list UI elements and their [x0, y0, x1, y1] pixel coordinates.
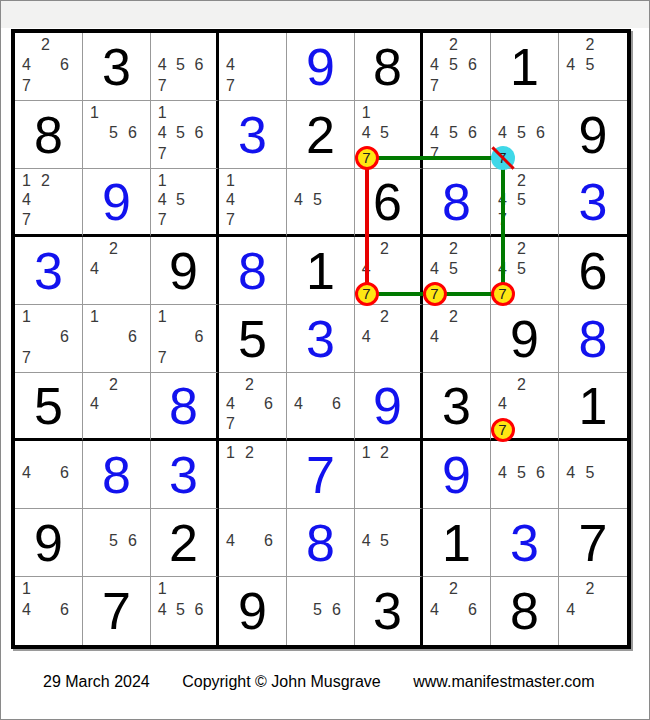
- pencil-mark-4: 4: [221, 531, 240, 551]
- pencil-mark-5: 5: [375, 123, 393, 143]
- pencil-mark-4: 4: [289, 395, 308, 415]
- solved-digit: 3: [15, 237, 82, 304]
- cell-r4c3[interactable]: 9: [151, 237, 219, 305]
- cell-r1c7[interactable]: 24567: [423, 33, 491, 101]
- pencil-mark-2: 2: [36, 171, 55, 191]
- cell-r5c7[interactable]: 24: [423, 305, 491, 373]
- cell-r9c5[interactable]: 56: [287, 577, 355, 645]
- cell-r9c6[interactable]: 3: [355, 577, 423, 645]
- cell-r7c1[interactable]: 46: [15, 441, 83, 509]
- pencil-mark-4: 4: [153, 600, 171, 621]
- pencil-mark-1: 1: [153, 103, 171, 123]
- pencil-marks: 245: [559, 33, 627, 100]
- pencil-marks: 24: [559, 577, 627, 645]
- given-digit: 3: [355, 577, 420, 645]
- pencil-mark-5: 5: [171, 191, 189, 211]
- pencil-marks: 1247: [15, 169, 82, 234]
- pencil-marks: 24: [83, 237, 150, 304]
- given-digit: 5: [219, 305, 286, 372]
- pencil-mark-5: 5: [375, 531, 393, 551]
- given-digit: 1: [491, 33, 558, 100]
- pencil-mark-5: 5: [512, 191, 531, 211]
- cell-r8c9[interactable]: 7: [559, 509, 627, 577]
- pencil-mark-4: 4: [85, 259, 104, 279]
- cell-r8c6[interactable]: 45: [355, 509, 423, 577]
- given-digit: 1: [287, 237, 354, 304]
- cell-r4c7[interactable]: 245: [423, 237, 491, 305]
- pencil-mark-4: 4: [561, 463, 580, 483]
- footer-copyright: Copyright © John Musgrave: [182, 673, 381, 690]
- given-digit: 8: [355, 33, 420, 100]
- cell-r1c5[interactable]: 9: [287, 33, 355, 101]
- pencil-mark-4: 4: [493, 259, 512, 279]
- pencil-marks: 24: [355, 237, 420, 304]
- pencil-mark-2: 2: [444, 35, 463, 55]
- pencil-marks: 45: [559, 441, 627, 508]
- pencil-mark-2: 2: [444, 307, 463, 327]
- pencil-mark-1: 1: [153, 171, 171, 191]
- cell-r2c6[interactable]: 145: [355, 101, 423, 169]
- pencil-marks: 156: [83, 101, 150, 168]
- pencil-mark-6: 6: [259, 531, 278, 551]
- cell-r9c2[interactable]: 7: [83, 577, 151, 645]
- pencil-mark-6: 6: [55, 463, 74, 483]
- pencil-mark-4: 4: [425, 55, 444, 75]
- solved-digit: 9: [423, 441, 490, 508]
- cell-r7c2[interactable]: 8: [83, 441, 151, 509]
- pencil-mark-1: 1: [17, 579, 36, 600]
- pencil-mark-5: 5: [444, 55, 463, 75]
- solved-digit: 3: [287, 305, 354, 372]
- pencil-mark-6: 6: [123, 123, 142, 143]
- top-strip: [1, 1, 650, 28]
- pencil-mark-2: 2: [580, 35, 599, 55]
- cell-r4c9[interactable]: 6: [559, 237, 627, 305]
- pencil-mark-6: 6: [463, 123, 482, 143]
- cell-r6c5[interactable]: 46: [287, 373, 355, 441]
- pencil-marks: 246: [423, 577, 490, 645]
- pencil-mark-2: 2: [375, 443, 393, 463]
- pencil-mark-4: 4: [561, 55, 580, 75]
- pencil-mark-5: 5: [444, 123, 463, 143]
- cell-r6c1[interactable]: 5: [15, 373, 83, 441]
- pencil-mark-6: 6: [259, 395, 278, 415]
- cell-r4c1[interactable]: 3: [15, 237, 83, 305]
- pencil-mark-2: 2: [375, 239, 393, 259]
- pencil-marks: 1457: [151, 169, 216, 234]
- given-digit: 3: [83, 33, 150, 100]
- pencil-mark-6: 6: [463, 600, 482, 621]
- given-digit: 1: [423, 509, 490, 576]
- given-digit: 7: [83, 577, 150, 645]
- pencil-mark-1: 1: [221, 443, 240, 463]
- pencil-mark-4: 4: [357, 531, 375, 551]
- pencil-mark-2: 2: [444, 239, 463, 259]
- cell-r9c7[interactable]: 246: [423, 577, 491, 645]
- pencil-mark-1: 1: [221, 171, 240, 191]
- cell-r7c5[interactable]: 7: [287, 441, 355, 509]
- pencil-mark-7: 7: [17, 210, 36, 230]
- pencil-marks: 2467: [219, 373, 286, 438]
- pencil-mark-4: 4: [561, 600, 580, 621]
- pencil-marks: 24567: [423, 33, 490, 100]
- pencil-mark-5: 5: [512, 463, 531, 483]
- pencil-mark-7: 7: [221, 210, 240, 230]
- pencil-mark-6: 6: [463, 55, 482, 75]
- pencil-mark-1: 1: [17, 307, 36, 327]
- pencil-mark-4: 4: [289, 191, 308, 211]
- cell-r4c6[interactable]: 24: [355, 237, 423, 305]
- pencil-mark-2: 2: [512, 171, 531, 191]
- footer-website[interactable]: www.manifestmaster.com: [413, 673, 594, 690]
- cell-r6c6[interactable]: 9: [355, 373, 423, 441]
- pencil-mark-2: 2: [375, 307, 393, 327]
- cell-r2c9[interactable]: 9: [559, 101, 627, 169]
- cell-r1c9[interactable]: 245: [559, 33, 627, 101]
- pencil-mark-7: 7: [153, 76, 171, 96]
- solved-digit: 8: [219, 237, 286, 304]
- pencil-mark-1: 1: [85, 307, 104, 327]
- pencil-mark-5: 5: [171, 123, 189, 143]
- pencil-marks: 47: [219, 33, 286, 100]
- pencil-marks: 146: [15, 577, 82, 645]
- cell-r8c5[interactable]: 8: [287, 509, 355, 577]
- pencil-mark-2: 2: [580, 579, 599, 600]
- pencil-mark-4: 4: [425, 259, 444, 279]
- pencil-mark-5: 5: [580, 55, 599, 75]
- pencil-mark-4: 4: [85, 395, 104, 415]
- cell-r1c8[interactable]: 1: [491, 33, 559, 101]
- pencil-mark-5: 5: [104, 123, 123, 143]
- cell-r3c1[interactable]: 1247: [15, 169, 83, 237]
- cell-r1c1[interactable]: 2467: [15, 33, 83, 101]
- pencil-mark-6: 6: [55, 327, 74, 347]
- cell-r2c1[interactable]: 8: [15, 101, 83, 169]
- cell-r3c5[interactable]: 45: [287, 169, 355, 237]
- cell-r1c2[interactable]: 3: [83, 33, 151, 101]
- footer-caption: 29 March 2024 Copyright © John Musgrave …: [1, 673, 650, 697]
- pencil-marks: 12: [219, 441, 286, 508]
- cell-r3c4[interactable]: 147: [219, 169, 287, 237]
- pencil-mark-6: 6: [123, 327, 142, 347]
- pencil-mark-5: 5: [444, 259, 463, 279]
- cell-r8c2[interactable]: 56: [83, 509, 151, 577]
- pencil-mark-5: 5: [580, 463, 599, 483]
- cell-r5c3[interactable]: 167: [151, 305, 219, 373]
- cell-r7c7[interactable]: 9: [423, 441, 491, 509]
- pencil-mark-7: 7: [17, 76, 36, 96]
- solved-digit: 8: [287, 509, 354, 576]
- cell-r6c8[interactable]: 24: [491, 373, 559, 441]
- pencil-marks: 456: [491, 101, 558, 168]
- pencil-mark-6: 6: [190, 55, 208, 75]
- cell-r9c3[interactable]: 1456: [151, 577, 219, 645]
- pencil-marks: 14567: [151, 101, 216, 168]
- solved-digit: 7: [287, 441, 354, 508]
- given-digit: 1: [559, 373, 627, 438]
- cell-r8c7[interactable]: 1: [423, 509, 491, 577]
- pencil-mark-4: 4: [221, 191, 240, 211]
- cell-r5c4[interactable]: 5: [219, 305, 287, 373]
- pencil-mark-7: 7: [493, 210, 512, 230]
- pencil-marks: 147: [219, 169, 286, 234]
- pencil-marks: 56: [287, 577, 354, 645]
- cell-r3c7[interactable]: 8: [423, 169, 491, 237]
- footer-date: 29 March 2024: [43, 673, 150, 690]
- cell-r1c6[interactable]: 8: [355, 33, 423, 101]
- cell-r6c2[interactable]: 24: [83, 373, 151, 441]
- cell-r6c4[interactable]: 2467: [219, 373, 287, 441]
- pencil-mark-4: 4: [17, 463, 36, 483]
- cell-r5c8[interactable]: 9: [491, 305, 559, 373]
- given-digit: 9: [15, 509, 82, 576]
- cell-r3c8[interactable]: 2457: [491, 169, 559, 237]
- cell-r5c6[interactable]: 24: [355, 305, 423, 373]
- pencil-mark-1: 1: [357, 103, 375, 123]
- pencil-mark-4: 4: [357, 259, 375, 279]
- cell-r5c2[interactable]: 16: [83, 305, 151, 373]
- pencil-mark-6: 6: [531, 463, 550, 483]
- pencil-mark-2: 2: [104, 239, 123, 259]
- cell-r9c4[interactable]: 9: [219, 577, 287, 645]
- pencil-mark-6: 6: [327, 395, 346, 415]
- pencil-mark-1: 1: [153, 307, 171, 327]
- cell-r7c3[interactable]: 3: [151, 441, 219, 509]
- solved-digit: 9: [287, 33, 354, 100]
- pencil-mark-4: 4: [17, 600, 36, 621]
- cell-r5c9[interactable]: 8: [559, 305, 627, 373]
- cell-r3c2[interactable]: 9: [83, 169, 151, 237]
- cell-r1c4[interactable]: 47: [219, 33, 287, 101]
- given-digit: 3: [423, 373, 490, 438]
- cell-r7c6[interactable]: 12: [355, 441, 423, 509]
- pencil-mark-7: 7: [153, 210, 171, 230]
- pencil-marks: 24: [491, 373, 558, 438]
- given-digit: 5: [15, 373, 82, 438]
- pencil-marks: 245: [423, 237, 490, 304]
- pencil-mark-5: 5: [308, 191, 327, 211]
- solved-digit: 8: [423, 169, 490, 234]
- solved-digit: 9: [83, 169, 150, 234]
- solved-digit: 9: [355, 373, 420, 438]
- cell-r8c1[interactable]: 9: [15, 509, 83, 577]
- pencil-mark-2: 2: [512, 239, 531, 259]
- pencil-marks: 456: [491, 441, 558, 508]
- pencil-mark-7: 7: [17, 348, 36, 368]
- pencil-mark-7: 7: [153, 144, 171, 164]
- pencil-mark-7: 7: [221, 76, 240, 96]
- pencil-mark-2: 2: [240, 375, 259, 395]
- cell-r5c1[interactable]: 167: [15, 305, 83, 373]
- pencil-marks: 24: [83, 373, 150, 438]
- pencil-mark-5: 5: [171, 55, 189, 75]
- cell-r7c9[interactable]: 45: [559, 441, 627, 509]
- pencil-marks: 245: [491, 237, 558, 304]
- pencil-marks: 167: [151, 305, 216, 372]
- pencil-mark-4: 4: [17, 55, 36, 75]
- pencil-mark-4: 4: [493, 463, 512, 483]
- pencil-marks: 4567: [423, 101, 490, 168]
- cell-r9c1[interactable]: 146: [15, 577, 83, 645]
- pencil-marks: 56: [83, 509, 150, 576]
- pencil-mark-2: 2: [36, 35, 55, 55]
- cell-r2c3[interactable]: 14567: [151, 101, 219, 169]
- pencil-marks: 2457: [491, 169, 558, 234]
- pencil-mark-2: 2: [444, 579, 463, 600]
- given-digit: 6: [559, 237, 627, 304]
- pencil-mark-6: 6: [190, 123, 208, 143]
- pencil-mark-4: 4: [153, 55, 171, 75]
- pencil-marks: 46: [219, 509, 286, 576]
- given-digit: 6: [355, 169, 420, 234]
- given-digit: 9: [491, 305, 558, 372]
- solved-digit: 3: [151, 441, 216, 508]
- pencil-mark-4: 4: [153, 191, 171, 211]
- pencil-mark-7: 7: [425, 76, 444, 96]
- pencil-marks: 24: [355, 305, 420, 372]
- pencil-mark-1: 1: [357, 443, 375, 463]
- pencil-mark-2: 2: [512, 375, 531, 395]
- cell-r4c8[interactable]: 245: [491, 237, 559, 305]
- pencil-marks: 45: [287, 169, 354, 234]
- cell-r2c8[interactable]: 456: [491, 101, 559, 169]
- sudoku-board: 2467345674798245671245815614567321454567…: [11, 29, 631, 649]
- pencil-mark-2: 2: [104, 375, 123, 395]
- pencil-marks: 12: [355, 441, 420, 508]
- pencil-mark-4: 4: [425, 600, 444, 621]
- pencil-mark-6: 6: [55, 55, 74, 75]
- pencil-marks: 1456: [151, 577, 216, 645]
- solved-digit: 3: [491, 509, 558, 576]
- cell-r7c8[interactable]: 456: [491, 441, 559, 509]
- pencil-mark-7: 7: [153, 348, 171, 368]
- pencil-mark-4: 4: [357, 327, 375, 347]
- cell-r2c4[interactable]: 3: [219, 101, 287, 169]
- pencil-mark-5: 5: [171, 600, 189, 621]
- pencil-mark-5: 5: [512, 123, 531, 143]
- solved-digit: 3: [559, 169, 627, 234]
- pencil-marks: 167: [15, 305, 82, 372]
- pencil-mark-5: 5: [308, 600, 327, 621]
- cell-r6c9[interactable]: 1: [559, 373, 627, 441]
- solved-digit: 3: [219, 101, 286, 168]
- pencil-mark-4: 4: [17, 191, 36, 211]
- pencil-mark-1: 1: [85, 103, 104, 123]
- pencil-mark-4: 4: [357, 123, 375, 143]
- cell-r3c3[interactable]: 1457: [151, 169, 219, 237]
- solved-digit: 8: [83, 441, 150, 508]
- pencil-mark-2: 2: [240, 443, 259, 463]
- solved-digit: 8: [151, 373, 216, 438]
- pencil-mark-6: 6: [55, 600, 74, 621]
- cell-r8c4[interactable]: 46: [219, 509, 287, 577]
- cell-r1c3[interactable]: 4567: [151, 33, 219, 101]
- given-digit: 8: [15, 101, 82, 168]
- pencil-mark-7: 7: [221, 414, 240, 434]
- pencil-mark-6: 6: [190, 600, 208, 621]
- cell-r6c7[interactable]: 3: [423, 373, 491, 441]
- cell-r2c2[interactable]: 156: [83, 101, 151, 169]
- cell-r8c8[interactable]: 3: [491, 509, 559, 577]
- pencil-mark-4: 4: [493, 123, 512, 143]
- pencil-marks: 46: [15, 441, 82, 508]
- given-digit: 2: [287, 101, 354, 168]
- given-digit: 9: [219, 577, 286, 645]
- pencil-mark-4: 4: [221, 395, 240, 415]
- cell-r2c5[interactable]: 2: [287, 101, 355, 169]
- pencil-mark-5: 5: [512, 259, 531, 279]
- cell-grid: 2467345674798245671245815614567321454567…: [15, 33, 627, 645]
- pencil-mark-6: 6: [123, 531, 142, 551]
- given-digit: 2: [151, 509, 216, 576]
- cell-r4c5[interactable]: 1: [287, 237, 355, 305]
- pencil-mark-4: 4: [425, 327, 444, 347]
- cell-r9c9[interactable]: 24: [559, 577, 627, 645]
- pencil-marks: 145: [355, 101, 420, 168]
- cell-r2c7[interactable]: 4567: [423, 101, 491, 169]
- cell-r8c3[interactable]: 2: [151, 509, 219, 577]
- pencil-marks: 4567: [151, 33, 216, 100]
- pencil-marks: 45: [355, 509, 420, 576]
- pencil-marks: 46: [287, 373, 354, 438]
- cell-r4c4[interactable]: 8: [219, 237, 287, 305]
- pencil-mark-4: 4: [493, 191, 512, 211]
- cell-r7c4[interactable]: 12: [219, 441, 287, 509]
- cell-r3c6[interactable]: 6: [355, 169, 423, 237]
- pencil-mark-4: 4: [493, 395, 512, 415]
- cell-r6c3[interactable]: 8: [151, 373, 219, 441]
- pencil-mark-1: 1: [153, 579, 171, 600]
- pencil-mark-7: 7: [425, 144, 444, 164]
- cell-r4c2[interactable]: 24: [83, 237, 151, 305]
- cell-r5c5[interactable]: 3: [287, 305, 355, 373]
- pencil-marks: 24: [423, 305, 490, 372]
- cell-r9c8[interactable]: 8: [491, 577, 559, 645]
- pencil-mark-4: 4: [221, 55, 240, 75]
- given-digit: 8: [491, 577, 558, 645]
- pencil-marks: 16: [83, 305, 150, 372]
- pencil-mark-4: 4: [425, 123, 444, 143]
- pencil-mark-5: 5: [104, 531, 123, 551]
- pencil-mark-6: 6: [531, 123, 550, 143]
- pencil-mark-4: 4: [153, 123, 171, 143]
- given-digit: 9: [559, 101, 627, 168]
- pencil-mark-6: 6: [190, 327, 208, 347]
- cell-r3c9[interactable]: 3: [559, 169, 627, 237]
- pencil-mark-1: 1: [17, 171, 36, 191]
- given-digit: 9: [151, 237, 216, 304]
- solved-digit: 8: [559, 305, 627, 372]
- given-digit: 7: [559, 509, 627, 576]
- pencil-marks: 2467: [15, 33, 82, 100]
- pencil-mark-6: 6: [327, 600, 346, 621]
